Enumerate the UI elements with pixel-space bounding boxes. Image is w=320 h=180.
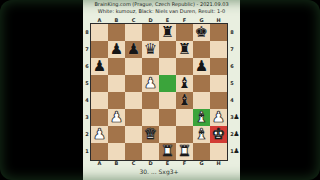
square-g8: ♚ (193, 24, 210, 41)
square-a8 (91, 24, 108, 41)
square-d1 (142, 143, 159, 160)
white-bishop: ♝ (195, 126, 208, 143)
square-h4 (210, 92, 227, 109)
white-pawn: ♟ (144, 75, 157, 92)
white-rook: ♜ (178, 143, 191, 160)
square-e7 (159, 41, 176, 58)
file-labels-bottom: ABCDEFGH (91, 160, 227, 167)
rank-label: 6 (84, 58, 90, 75)
white-bishop: ♝ (195, 109, 208, 126)
square-c6 (125, 58, 142, 75)
square-d8 (142, 24, 159, 41)
square-c8 (125, 24, 142, 41)
square-h8 (210, 24, 227, 41)
black-rook: ♜ (178, 41, 191, 58)
square-b7: ♟ (108, 41, 125, 58)
square-e3 (159, 109, 176, 126)
square-a4 (91, 92, 108, 109)
square-d5: ♟ (142, 75, 159, 92)
square-f2 (176, 126, 193, 143)
rank-label: 8 (84, 24, 90, 41)
captured-piece-mark: ♟ (233, 126, 240, 143)
file-label: C (125, 160, 142, 167)
file-label: H (210, 17, 227, 24)
square-f7: ♜ (176, 41, 193, 58)
black-rook: ♜ (161, 24, 174, 41)
square-c7: ♟ (125, 41, 142, 58)
square-b1 (108, 143, 125, 160)
square-h7 (210, 41, 227, 58)
rank-label: 4 (229, 92, 235, 109)
square-a6: ♟ (91, 58, 108, 75)
file-label: C (125, 17, 142, 24)
square-d3 (142, 109, 159, 126)
rank-label: 2 (84, 126, 90, 143)
black-king: ♚ (195, 24, 208, 41)
square-g2: ♝ (193, 126, 210, 143)
square-a2: ♟ (91, 126, 108, 143)
square-e6 (159, 58, 176, 75)
square-c3 (125, 109, 142, 126)
file-label: A (91, 17, 108, 24)
move-caption: 30. ... Sxg3+ (91, 167, 227, 176)
white-pawn: ♟ (110, 109, 123, 126)
black-bishop: ♝ (178, 92, 191, 109)
black-pawn: ♟ (195, 58, 208, 75)
captured-piece-mark: ♟ (233, 109, 240, 126)
white-pawn: ♟ (93, 126, 106, 143)
square-f5: ♝ (176, 75, 193, 92)
square-d6 (142, 58, 159, 75)
square-c2 (125, 126, 142, 143)
file-label: B (108, 160, 125, 167)
square-a5 (91, 75, 108, 92)
black-pawn: ♟ (93, 58, 106, 75)
file-label: B (108, 17, 125, 24)
square-f6 (176, 58, 193, 75)
square-h3: ♟ (210, 109, 227, 126)
rank-label: 7 (229, 41, 235, 58)
square-d4 (142, 92, 159, 109)
white-king: ♚ (212, 126, 225, 143)
square-e2 (159, 126, 176, 143)
square-a1 (91, 143, 108, 160)
square-c4 (125, 92, 142, 109)
square-f3 (176, 109, 193, 126)
square-g7 (193, 41, 210, 58)
video-frame: BrainKing.com (Prague, Czech Republic) -… (0, 0, 320, 180)
black-bishop: ♝ (178, 75, 191, 92)
square-f4: ♝ (176, 92, 193, 109)
header-site-line: BrainKing.com (Prague, Czech Republic) -… (83, 1, 240, 8)
square-h1 (210, 143, 227, 160)
black-queen: ♛ (144, 41, 157, 58)
square-h6 (210, 58, 227, 75)
file-label: E (159, 160, 176, 167)
square-a7 (91, 41, 108, 58)
file-label: A (91, 160, 108, 167)
file-label: G (193, 160, 210, 167)
square-c5 (125, 75, 142, 92)
rank-label: 4 (84, 92, 90, 109)
square-g5 (193, 75, 210, 92)
square-e4 (159, 92, 176, 109)
square-b5 (108, 75, 125, 92)
square-g1 (193, 143, 210, 160)
square-b3: ♟ (108, 109, 125, 126)
white-pawn: ♟ (212, 109, 225, 126)
black-pawn: ♟ (127, 41, 140, 58)
chess-diagram-panel: BrainKing.com (Prague, Czech Republic) -… (83, 0, 240, 180)
rank-label: 3 (84, 109, 90, 126)
square-d2: ♛ (142, 126, 159, 143)
square-h5 (210, 75, 227, 92)
black-pawn: ♟ (110, 41, 123, 58)
square-b2 (108, 126, 125, 143)
captured-pieces-tray: ♟♟♟ (233, 109, 240, 160)
file-label: D (142, 17, 159, 24)
square-e5 (159, 75, 176, 92)
square-f1: ♜ (176, 143, 193, 160)
rank-label: 5 (84, 75, 90, 92)
square-c1 (125, 143, 142, 160)
square-e8: ♜ (159, 24, 176, 41)
square-g3: ♝ (193, 109, 210, 126)
file-label: D (142, 160, 159, 167)
rank-label: 7 (84, 41, 90, 58)
square-d7: ♛ (142, 41, 159, 58)
square-h2: ♚ (210, 126, 227, 143)
square-f8 (176, 24, 193, 41)
file-label: H (210, 160, 227, 167)
rank-label: 8 (229, 24, 235, 41)
square-e1: ♜ (159, 143, 176, 160)
square-b4 (108, 92, 125, 109)
header-players-line: White: kumouz, Black: Niels van Duren, R… (83, 8, 240, 15)
square-g4 (193, 92, 210, 109)
white-rook: ♜ (161, 143, 174, 160)
square-b8 (108, 24, 125, 41)
rank-label: 6 (229, 58, 235, 75)
rank-label: 1 (84, 143, 90, 160)
file-label: F (176, 160, 193, 167)
square-g6: ♟ (193, 58, 210, 75)
square-b6 (108, 58, 125, 75)
file-label: F (176, 17, 193, 24)
rank-label: 5 (229, 75, 235, 92)
chess-board: ♜♚♟♟♛♜♟♟♟♝♝♟♝♟♟♛♝♚♜♜ (91, 24, 227, 160)
rank-labels-left: 87654321 (84, 24, 90, 160)
captured-piece-mark: ♟ (233, 143, 240, 160)
white-queen: ♛ (144, 126, 157, 143)
square-a3 (91, 109, 108, 126)
